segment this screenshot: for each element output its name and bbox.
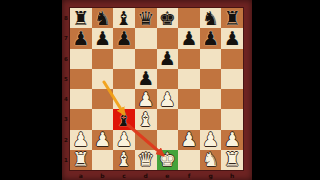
piece-white-pawn: ♟ <box>92 130 114 150</box>
square-d7 <box>135 28 157 48</box>
rank-label-5: 5 <box>62 69 70 89</box>
rank-label-1: 1 <box>62 150 70 170</box>
square-e7 <box>157 28 179 48</box>
square-a1: ♜ <box>70 150 92 170</box>
piece-black-pawn: ♟ <box>135 69 157 89</box>
square-d8: ♛ <box>135 8 157 28</box>
rank-label-7: 7 <box>62 28 70 48</box>
piece-black-pawn: ♟ <box>221 28 243 48</box>
piece-white-king: ♚ <box>157 150 179 170</box>
rank-label-6: 6 <box>62 49 70 69</box>
square-a4 <box>70 89 92 109</box>
piece-white-rook: ♜ <box>70 150 92 170</box>
board-squares: ♜♞♝♛♚♞♜♟♟♟♟♟♟♟♟♟♟♝♝♟♟♟♟♟♟♜♝♛♚♞♜ <box>70 8 243 170</box>
square-e5 <box>157 69 179 89</box>
piece-black-rook: ♜ <box>70 8 92 28</box>
square-b2: ♟ <box>92 130 114 150</box>
file-label-f: f <box>178 170 200 180</box>
square-a7: ♟ <box>70 28 92 48</box>
square-f2: ♟ <box>178 130 200 150</box>
piece-white-pawn: ♟ <box>157 89 179 109</box>
square-e4: ♟ <box>157 89 179 109</box>
square-d2 <box>135 130 157 150</box>
square-f8 <box>178 8 200 28</box>
square-h1: ♜ <box>221 150 243 170</box>
file-label-e: e <box>157 170 179 180</box>
piece-white-pawn: ♟ <box>178 130 200 150</box>
file-labels: abcdefgh <box>70 170 243 180</box>
square-b6 <box>92 49 114 69</box>
square-g2: ♟ <box>200 130 222 150</box>
piece-black-pawn: ♟ <box>200 28 222 48</box>
piece-black-pawn: ♟ <box>157 49 179 69</box>
square-e3 <box>157 109 179 129</box>
square-e8: ♚ <box>157 8 179 28</box>
square-g6 <box>200 49 222 69</box>
square-b7: ♟ <box>92 28 114 48</box>
piece-white-queen: ♛ <box>135 150 157 170</box>
piece-white-rook: ♜ <box>221 150 243 170</box>
square-h3 <box>221 109 243 129</box>
square-c5 <box>113 69 135 89</box>
file-label-g: g <box>200 170 222 180</box>
square-e1: ♚ <box>157 150 179 170</box>
square-e2 <box>157 130 179 150</box>
square-g5 <box>200 69 222 89</box>
square-e6: ♟ <box>157 49 179 69</box>
square-a8: ♜ <box>70 8 92 28</box>
square-d6 <box>135 49 157 69</box>
piece-white-pawn: ♟ <box>135 89 157 109</box>
square-b8: ♞ <box>92 8 114 28</box>
square-b3 <box>92 109 114 129</box>
square-f6 <box>178 49 200 69</box>
piece-black-pawn: ♟ <box>113 28 135 48</box>
rank-label-2: 2 <box>62 130 70 150</box>
rank-label-3: 3 <box>62 109 70 129</box>
square-c2: ♟ <box>113 130 135 150</box>
square-h4 <box>221 89 243 109</box>
square-f1 <box>178 150 200 170</box>
square-d4: ♟ <box>135 89 157 109</box>
piece-black-pawn: ♟ <box>92 28 114 48</box>
square-h2: ♟ <box>221 130 243 150</box>
file-label-d: d <box>135 170 157 180</box>
square-h7: ♟ <box>221 28 243 48</box>
rank-label-4: 4 <box>62 89 70 109</box>
square-c4 <box>113 89 135 109</box>
square-a3 <box>70 109 92 129</box>
square-a5 <box>70 69 92 89</box>
file-label-h: h <box>221 170 243 180</box>
piece-black-bishop: ♝ <box>113 109 135 129</box>
square-c6 <box>113 49 135 69</box>
square-c3: ♝ <box>113 109 135 129</box>
square-d1: ♛ <box>135 150 157 170</box>
square-a2: ♟ <box>70 130 92 150</box>
piece-black-queen: ♛ <box>135 8 157 28</box>
piece-white-pawn: ♟ <box>70 130 92 150</box>
rank-labels: 87654321 <box>62 8 70 170</box>
square-f3 <box>178 109 200 129</box>
square-h6 <box>221 49 243 69</box>
square-h8: ♜ <box>221 8 243 28</box>
square-h5 <box>221 69 243 89</box>
piece-black-knight: ♞ <box>200 8 222 28</box>
piece-black-king: ♚ <box>157 8 179 28</box>
piece-black-bishop: ♝ <box>113 8 135 28</box>
file-label-b: b <box>92 170 114 180</box>
piece-white-bishop: ♝ <box>135 109 157 129</box>
square-f4 <box>178 89 200 109</box>
square-b5 <box>92 69 114 89</box>
square-b1 <box>92 150 114 170</box>
square-g4 <box>200 89 222 109</box>
square-d5: ♟ <box>135 69 157 89</box>
square-g1: ♞ <box>200 150 222 170</box>
chess-board: 87654321 abcdefgh ♜♞♝♛♚♞♜♟♟♟♟♟♟♟♟♟♟♝♝♟♟♟… <box>62 0 252 180</box>
square-d3: ♝ <box>135 109 157 129</box>
piece-black-pawn: ♟ <box>178 28 200 48</box>
piece-black-pawn: ♟ <box>70 28 92 48</box>
file-label-a: a <box>70 170 92 180</box>
square-f5 <box>178 69 200 89</box>
square-f7: ♟ <box>178 28 200 48</box>
piece-black-rook: ♜ <box>221 8 243 28</box>
square-c7: ♟ <box>113 28 135 48</box>
square-g3 <box>200 109 222 129</box>
piece-white-pawn: ♟ <box>113 130 135 150</box>
rank-label-8: 8 <box>62 8 70 28</box>
square-a6 <box>70 49 92 69</box>
square-b4 <box>92 89 114 109</box>
square-g7: ♟ <box>200 28 222 48</box>
file-label-c: c <box>113 170 135 180</box>
letterboxed-stage: 87654321 abcdefgh ♜♞♝♛♚♞♜♟♟♟♟♟♟♟♟♟♟♝♝♟♟♟… <box>0 0 320 180</box>
square-g8: ♞ <box>200 8 222 28</box>
piece-white-pawn: ♟ <box>200 130 222 150</box>
square-c1: ♝ <box>113 150 135 170</box>
piece-white-pawn: ♟ <box>221 130 243 150</box>
square-c8: ♝ <box>113 8 135 28</box>
piece-black-knight: ♞ <box>92 8 114 28</box>
piece-white-bishop: ♝ <box>113 150 135 170</box>
piece-white-knight: ♞ <box>200 150 222 170</box>
